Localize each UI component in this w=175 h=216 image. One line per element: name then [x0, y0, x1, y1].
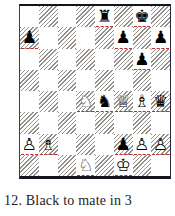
- square-e5: [95, 70, 114, 91]
- square-f4: ♛♕: [114, 91, 133, 112]
- square-d6: [76, 49, 95, 70]
- piece-white-pawn-h2: ♟♙: [151, 134, 170, 155]
- square-f8: [114, 6, 133, 27]
- piece-black-pawn-f7: ♟: [114, 27, 133, 48]
- square-c3: [58, 112, 77, 133]
- piece-black-knight-e4: ♞: [95, 91, 114, 112]
- square-g8: ♚: [133, 6, 152, 27]
- piece-black-pawn-g6: ♟: [133, 49, 152, 70]
- square-b7: [39, 27, 58, 48]
- square-a2: ♟♙: [20, 134, 39, 155]
- square-f3: [114, 112, 133, 133]
- piece-white-pawn-g2: ♟♙: [133, 134, 152, 155]
- square-d2: [76, 134, 95, 155]
- square-c5: [58, 70, 77, 91]
- square-a8: [20, 6, 39, 27]
- square-h3: [151, 112, 170, 133]
- square-h1: [151, 155, 170, 176]
- piece-white-pawn-a2: ♟♙: [20, 134, 39, 155]
- square-a4: [20, 91, 39, 112]
- chess-board: ♜♚♟♟♟♟♞♘♞♛♕♝♗♛♟♙♝♗♟♟♙♟♙♞♘♚♔: [19, 4, 171, 179]
- square-d8: [76, 6, 95, 27]
- square-d5: [76, 70, 95, 91]
- square-f1: ♚♔: [114, 155, 133, 176]
- square-b3: [39, 112, 58, 133]
- square-b2: ♝♗: [39, 134, 58, 155]
- square-e6: [95, 49, 114, 70]
- square-a3: [20, 112, 39, 133]
- square-g5: [133, 70, 152, 91]
- square-b6: [39, 49, 58, 70]
- square-f6: [114, 49, 133, 70]
- square-b8: [39, 6, 58, 27]
- piece-black-pawn-a7: ♟: [20, 27, 39, 48]
- square-d4: ♞♘: [76, 91, 95, 112]
- square-g2: ♟♙: [133, 134, 152, 155]
- piece-white-bishop-g4: ♝♗: [133, 91, 152, 112]
- square-a7: ♟: [20, 27, 39, 48]
- square-h2: ♟♙: [151, 134, 170, 155]
- square-e4: ♞: [95, 91, 114, 112]
- square-h6: [151, 49, 170, 70]
- square-h4: ♛: [151, 91, 170, 112]
- square-h5: [151, 70, 170, 91]
- square-h8: [151, 6, 170, 27]
- square-g6: ♟: [133, 49, 152, 70]
- square-d3: [76, 112, 95, 133]
- square-c2: [58, 134, 77, 155]
- square-a5: [20, 70, 39, 91]
- square-b4: [39, 91, 58, 112]
- piece-black-pawn-h7: ♟: [151, 27, 170, 48]
- piece-black-king-g8: ♚: [133, 6, 152, 27]
- square-e3: [95, 112, 114, 133]
- piece-white-king-f1: ♚♔: [114, 155, 133, 176]
- square-h7: ♟: [151, 27, 170, 48]
- square-a6: [20, 49, 39, 70]
- puzzle-caption: 12. Black to mate in 3: [4, 193, 174, 209]
- square-e1: [95, 155, 114, 176]
- square-d1: ♞♘: [76, 155, 95, 176]
- square-e7: [95, 27, 114, 48]
- square-c8: [58, 6, 77, 27]
- square-e8: ♜: [95, 6, 114, 27]
- piece-white-knight-d4: ♞♘: [76, 91, 95, 112]
- square-b1: [39, 155, 58, 176]
- square-d7: [76, 27, 95, 48]
- square-e2: [95, 134, 114, 155]
- piece-black-rook-e8: ♜: [95, 6, 114, 27]
- square-g4: ♝♗: [133, 91, 152, 112]
- piece-white-queen-f4: ♛♕: [114, 91, 133, 112]
- piece-black-queen-h4: ♛: [151, 91, 170, 112]
- square-f2: ♟: [114, 134, 133, 155]
- puzzle-diagram: ♜♚♟♟♟♟♞♘♞♛♕♝♗♛♟♙♝♗♟♟♙♟♙♞♘♚♔ 12. Black to…: [0, 0, 175, 216]
- piece-black-pawn-f2: ♟: [114, 134, 133, 155]
- square-a1: [20, 155, 39, 176]
- square-b5: [39, 70, 58, 91]
- square-c1: [58, 155, 77, 176]
- square-g3: [133, 112, 152, 133]
- square-c4: [58, 91, 77, 112]
- square-f7: ♟: [114, 27, 133, 48]
- piece-white-bishop-b2: ♝♗: [39, 134, 58, 155]
- piece-white-knight-d1: ♞♘: [76, 155, 95, 176]
- square-g7: [133, 27, 152, 48]
- square-f5: [114, 70, 133, 91]
- square-g1: [133, 155, 152, 176]
- square-c6: [58, 49, 77, 70]
- square-c7: [58, 27, 77, 48]
